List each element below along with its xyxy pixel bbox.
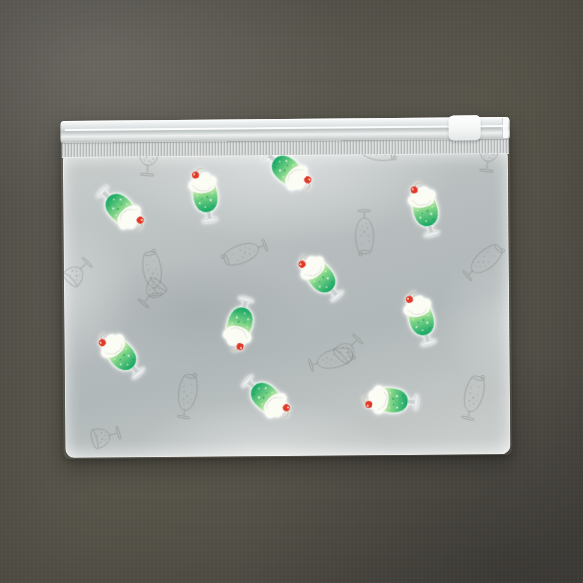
- cream-soda-float: [398, 175, 454, 245]
- cream-soda-float: [249, 153, 323, 206]
- pattern-layer: [63, 153, 511, 458]
- glass-outline-parfait: [168, 370, 206, 424]
- cream-soda-float: [86, 318, 158, 391]
- cream-soda-float: [393, 284, 451, 354]
- cream-soda-float: [83, 173, 156, 246]
- glass-outline-coupe: [131, 153, 164, 184]
- glass-outline-parfait: [217, 230, 274, 276]
- glass-outline-coupe: [86, 416, 131, 455]
- cream-soda-float: [286, 240, 358, 314]
- glass-outline-parfait: [346, 153, 400, 169]
- cream-soda-float: [180, 162, 232, 230]
- glass-outline-coupe: [471, 153, 506, 181]
- glass-outline-parfait: [454, 235, 510, 290]
- pouch-body: [63, 153, 511, 458]
- cream-soda-float: [211, 288, 267, 358]
- photo-background: [0, 0, 583, 583]
- zip-pouch: [61, 117, 513, 459]
- zipper-slider-tab: [449, 115, 481, 140]
- glass-outline-parfait: [349, 206, 379, 256]
- glass-outline-parfait: [303, 338, 359, 380]
- glass-outline-parfait: [452, 370, 494, 426]
- glass-outline-coupe: [63, 246, 104, 294]
- cream-soda-float: [360, 376, 424, 423]
- cream-soda-float: [228, 362, 302, 434]
